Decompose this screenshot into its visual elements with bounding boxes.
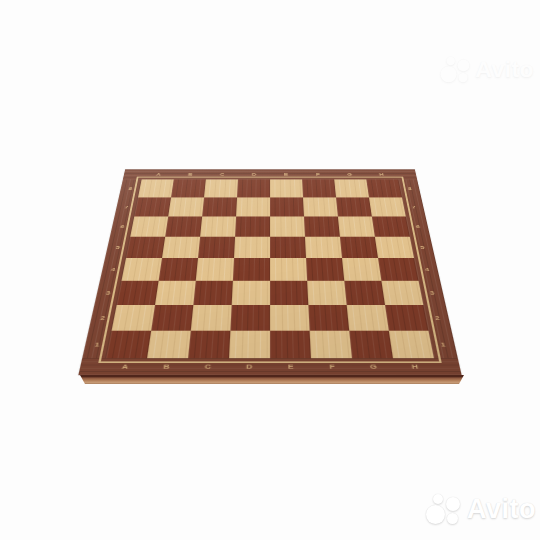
square-g5	[340, 237, 378, 258]
square-h6	[372, 216, 410, 236]
square-a4	[121, 258, 162, 281]
square-c7	[202, 197, 237, 216]
square-f2	[308, 305, 349, 331]
square-b8	[171, 179, 206, 197]
square-a8	[138, 179, 174, 197]
square-c4	[196, 258, 234, 281]
square-g8	[334, 179, 369, 197]
square-b1	[147, 331, 191, 359]
square-d2	[230, 305, 270, 331]
square-f8	[302, 179, 336, 197]
square-c2	[191, 305, 232, 331]
avito-watermark-text: Avito	[467, 496, 536, 523]
square-c1	[188, 331, 230, 359]
square-c6	[200, 216, 236, 236]
square-g4	[342, 258, 381, 281]
square-b2	[151, 305, 193, 331]
product-photo: Avito ABCDEFGH ABCDEFGH 87654321 8765432…	[0, 0, 540, 540]
avito-watermark-bottom: Avito	[426, 493, 536, 525]
avito-watermark-text: Avito	[475, 58, 534, 81]
square-g6	[338, 216, 375, 236]
square-a6	[130, 216, 168, 236]
avito-watermark-top: Avito	[441, 56, 535, 83]
square-d1	[229, 331, 270, 359]
square-g2	[347, 305, 389, 331]
square-b4	[159, 258, 198, 281]
square-f1	[310, 331, 352, 359]
square-f4	[306, 258, 344, 281]
square-b7	[168, 197, 204, 216]
square-a5	[126, 237, 165, 258]
square-h2	[385, 305, 428, 331]
square-b3	[155, 281, 196, 305]
square-e2	[270, 305, 310, 331]
square-h5	[375, 237, 414, 258]
square-h7	[369, 197, 406, 216]
square-e8	[270, 179, 303, 197]
square-a2	[112, 305, 155, 331]
square-c3	[193, 281, 233, 305]
square-f7	[303, 197, 338, 216]
square-f5	[305, 237, 342, 258]
square-d7	[236, 197, 270, 216]
chess-board: ABCDEFGH ABCDEFGH 87654321 87654321	[78, 169, 461, 375]
square-e3	[270, 281, 308, 305]
square-a7	[134, 197, 171, 216]
square-h4	[378, 258, 419, 281]
square-e7	[270, 197, 304, 216]
square-f6	[304, 216, 340, 236]
avito-logo-icon	[426, 493, 462, 525]
square-g1	[349, 331, 393, 359]
square-c8	[204, 179, 238, 197]
square-d5	[234, 237, 270, 258]
square-e4	[270, 258, 307, 281]
square-g7	[336, 197, 372, 216]
square-a3	[117, 281, 159, 305]
square-f3	[307, 281, 347, 305]
square-g3	[344, 281, 385, 305]
square-d3	[232, 281, 270, 305]
square-b6	[165, 216, 202, 236]
square-d6	[235, 216, 270, 236]
square-h3	[381, 281, 423, 305]
board-face: ABCDEFGH ABCDEFGH 87654321 87654321	[78, 169, 461, 375]
board-side-edge	[80, 375, 464, 384]
square-h1	[389, 331, 434, 359]
board-field	[106, 179, 434, 358]
square-a1	[106, 331, 151, 359]
square-e1	[270, 331, 311, 359]
square-e6	[270, 216, 305, 236]
avito-logo-icon	[441, 56, 472, 83]
square-c5	[198, 237, 235, 258]
square-d4	[233, 258, 270, 281]
square-d8	[237, 179, 270, 197]
square-h8	[366, 179, 402, 197]
square-e5	[270, 237, 306, 258]
square-b5	[162, 237, 200, 258]
